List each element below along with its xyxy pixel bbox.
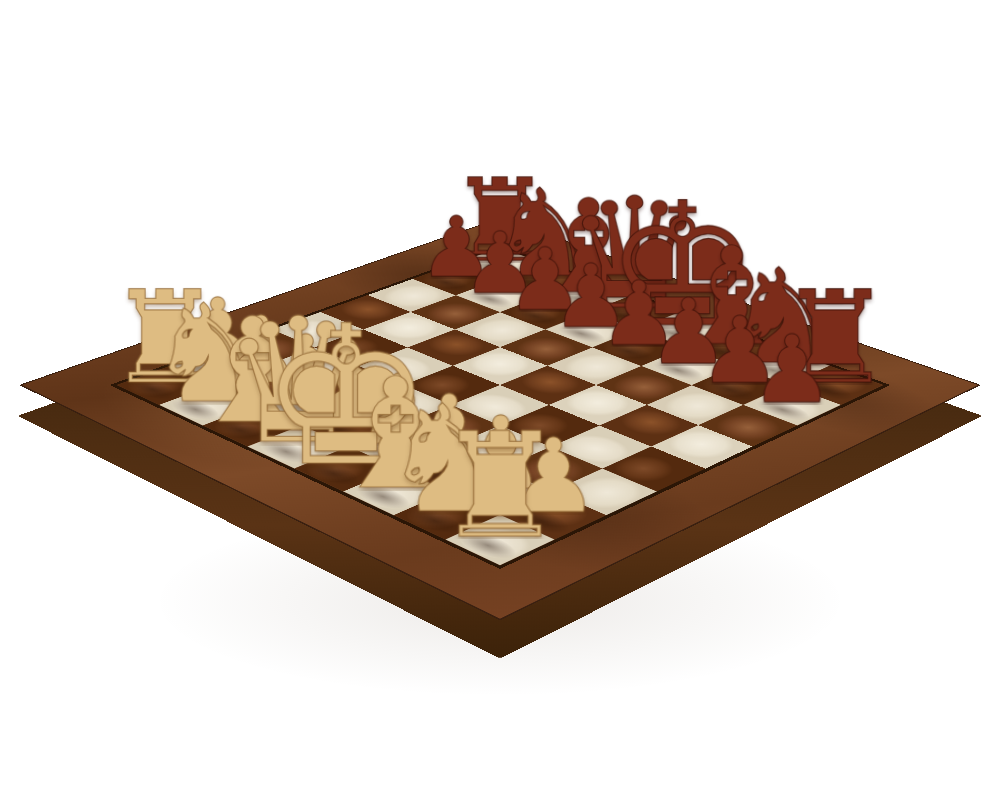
scene: ♜♞♝♛♚♝♞♜♟♟♟♟♟♟♟♟♟♟♟♟♟♟♟♟♜♞♝♛♚♝♞♜: [0, 0, 1000, 800]
rook-icon: ♜: [435, 413, 565, 558]
square-h1[interactable]: ♜: [446, 515, 555, 565]
pawn-icon: ♟: [750, 323, 834, 417]
